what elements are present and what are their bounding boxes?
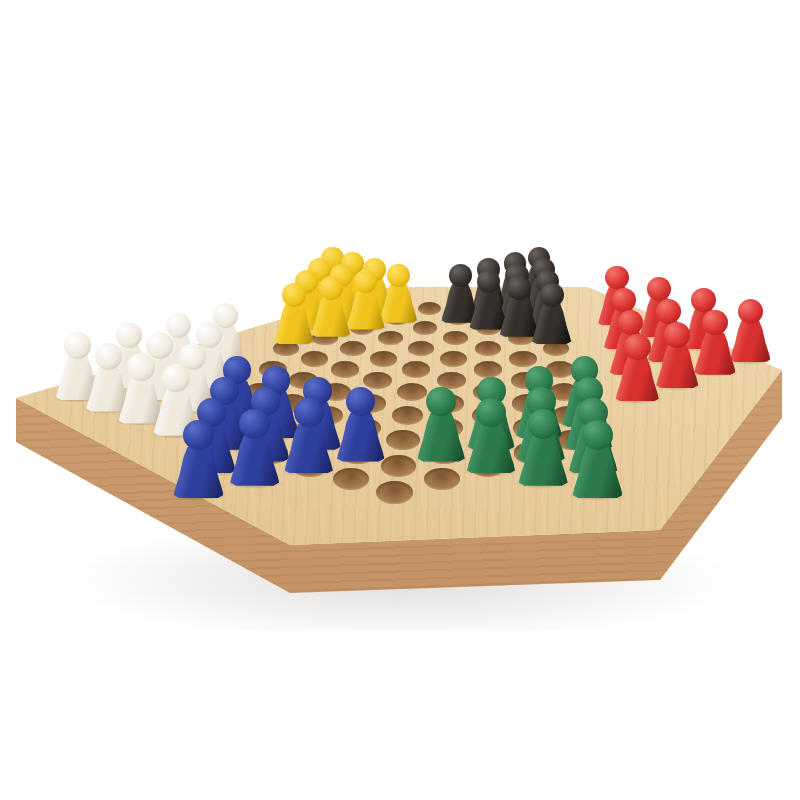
- peg-body: [174, 446, 224, 499]
- peg-head: [582, 420, 613, 451]
- peg-head: [426, 387, 455, 416]
- peg-green[interactable]: [573, 420, 623, 499]
- peg-head: [127, 353, 155, 381]
- peg-head: [656, 299, 681, 324]
- peg-head: [294, 398, 324, 428]
- peg-body: [730, 320, 770, 362]
- peg-body: [274, 303, 313, 344]
- peg-green[interactable]: [519, 409, 568, 486]
- board-hole[interactable]: [408, 341, 434, 357]
- peg-body: [467, 423, 515, 474]
- peg-green[interactable]: [418, 387, 465, 462]
- peg-body: [616, 356, 659, 401]
- board-hole[interactable]: [378, 331, 404, 346]
- peg-green[interactable]: [467, 398, 515, 474]
- peg-head: [664, 322, 690, 348]
- peg-yellow[interactable]: [312, 276, 350, 337]
- peg-head: [282, 283, 306, 307]
- board-hole[interactable]: [301, 351, 328, 367]
- peg-body: [532, 303, 571, 344]
- peg-head: [354, 270, 377, 293]
- board-hole[interactable]: [370, 351, 397, 367]
- peg-head: [476, 398, 506, 428]
- peg-head: [507, 276, 531, 300]
- peg-red[interactable]: [616, 334, 659, 402]
- peg-head: [449, 264, 472, 287]
- peg-head: [702, 310, 727, 335]
- peg-head: [95, 343, 122, 370]
- peg-blue[interactable]: [337, 387, 384, 462]
- peg-body: [230, 434, 279, 486]
- board-hole[interactable]: [440, 351, 467, 367]
- peg-head: [612, 288, 636, 312]
- peg-head: [528, 409, 558, 439]
- peg-head: [540, 283, 564, 307]
- peg-head: [319, 276, 343, 300]
- peg-body: [347, 290, 385, 330]
- peg-red[interactable]: [656, 322, 698, 388]
- peg-body: [337, 412, 384, 462]
- peg-head: [346, 387, 375, 416]
- peg-red[interactable]: [730, 299, 770, 362]
- board-hole[interactable]: [474, 361, 502, 378]
- peg-body: [573, 446, 623, 499]
- peg-body: [285, 423, 333, 474]
- peg-head: [239, 409, 269, 439]
- peg-head: [183, 420, 214, 451]
- peg-head: [477, 270, 500, 293]
- peg-head: [387, 264, 410, 287]
- product-photo-stage: [0, 0, 800, 800]
- peg-head: [624, 334, 651, 361]
- peg-yellow[interactable]: [380, 264, 417, 323]
- peg-blue[interactable]: [230, 409, 279, 486]
- peg-head: [162, 364, 190, 392]
- peg-body: [380, 283, 417, 322]
- peg-yellow[interactable]: [274, 283, 313, 344]
- peg-blue[interactable]: [285, 398, 333, 474]
- board-hole[interactable]: [509, 351, 536, 367]
- peg-body: [694, 331, 735, 374]
- peg-head: [647, 277, 671, 301]
- peg-black[interactable]: [532, 283, 571, 344]
- peg-blue[interactable]: [174, 420, 224, 499]
- peg-body: [418, 412, 465, 462]
- peg-head: [738, 299, 763, 324]
- peg-body: [519, 434, 568, 486]
- peg-head: [691, 288, 715, 312]
- peg-red[interactable]: [694, 310, 735, 375]
- peg-head: [605, 266, 628, 289]
- board-hole[interactable]: [331, 361, 359, 378]
- peg-body: [656, 344, 698, 388]
- peg-head: [618, 310, 643, 335]
- peg-body: [312, 296, 350, 337]
- peg-yellow[interactable]: [347, 270, 385, 330]
